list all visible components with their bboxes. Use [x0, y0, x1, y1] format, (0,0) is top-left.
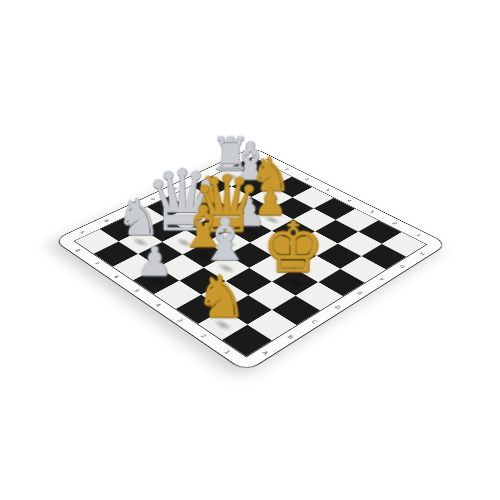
rank-label-2-near: 2 [199, 333, 207, 338]
file-label-F-right: F [378, 277, 385, 281]
rank-label-2-far: 2 [391, 222, 398, 226]
file-label-B-left: B [104, 219, 111, 223]
file-label-H-right: H [419, 252, 426, 256]
file-label-E-right: E [357, 291, 364, 295]
rank-label-1-far: 1 [415, 233, 422, 237]
rank-label-1-near: 1 [223, 350, 231, 355]
file-label-D-right: D [334, 305, 342, 310]
file-label-C-right: C [311, 319, 319, 324]
file-label-B-right: B [287, 334, 295, 339]
rank-label-4-far: 4 [346, 199, 352, 202]
gold-knight-icon: ♞ [189, 267, 253, 325]
chess-mat: ♜♝♞♛♝♟♟♟♟♞♛♝♚♞ 8877665544332211AABBCCDDE… [53, 147, 449, 373]
board-perspective-wrapper: ♜♝♞♛♝♟♟♟♟♞♛♝♚♞ 8877665544332211AABBCCDDE… [110, 102, 390, 382]
pieces-layer: ♜♝♞♛♝♟♟♟♟♞♛♝♚♞ [75, 157, 426, 356]
file-label-A-left: A [79, 230, 86, 234]
silver-bishop-icon: ♝ [193, 211, 257, 269]
rank-label-8-near: 8 [74, 249, 81, 253]
rank-label-3-near: 3 [176, 318, 184, 323]
rank-label-6-near: 6 [113, 275, 120, 279]
rank-label-3-far: 3 [368, 210, 375, 214]
rank-label-7-near: 7 [93, 261, 100, 265]
silver-pawn-icon: ♟ [133, 241, 177, 281]
file-label-G-right: G [399, 264, 407, 268]
gold-king-icon: ♚ [255, 213, 332, 283]
rank-label-5-near: 5 [133, 289, 141, 293]
file-label-A-right: A [262, 350, 270, 355]
rank-label-6-far: 6 [304, 178, 310, 181]
product-photo: ♜♝♞♛♝♟♟♟♟♞♛♝♚♞ 8877665544332211AABBCCDDE… [0, 0, 500, 500]
rank-label-4-near: 4 [154, 303, 162, 308]
rank-label-5-far: 5 [325, 188, 331, 191]
